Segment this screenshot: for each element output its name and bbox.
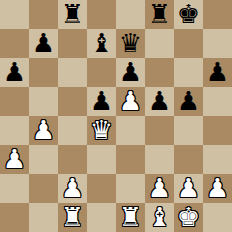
square-f4[interactable]	[145, 116, 174, 145]
piece-black-king[interactable]: ♚	[177, 0, 200, 29]
square-c3[interactable]	[58, 145, 87, 174]
piece-black-pawn[interactable]: ♟	[32, 29, 55, 58]
piece-white-pawn[interactable]: ♟	[119, 87, 142, 116]
square-d7[interactable]: ♝	[87, 29, 116, 58]
piece-black-bishop[interactable]: ♝	[90, 29, 113, 58]
square-e7[interactable]: ♛	[116, 29, 145, 58]
square-h4[interactable]	[203, 116, 232, 145]
square-b3[interactable]	[29, 145, 58, 174]
square-d4[interactable]: ♛	[87, 116, 116, 145]
square-a3[interactable]: ♟	[0, 145, 29, 174]
square-d6[interactable]	[87, 58, 116, 87]
square-c6[interactable]	[58, 58, 87, 87]
square-d3[interactable]	[87, 145, 116, 174]
square-g2[interactable]: ♟	[174, 174, 203, 203]
square-h1[interactable]	[203, 203, 232, 232]
square-e6[interactable]: ♟	[116, 58, 145, 87]
piece-white-king[interactable]: ♚	[177, 203, 200, 232]
square-d8[interactable]	[87, 0, 116, 29]
square-f1[interactable]: ♝	[145, 203, 174, 232]
square-g5[interactable]: ♟	[174, 87, 203, 116]
piece-white-pawn[interactable]: ♟	[32, 116, 55, 145]
piece-black-queen[interactable]: ♛	[119, 29, 142, 58]
square-d2[interactable]	[87, 174, 116, 203]
piece-black-pawn[interactable]: ♟	[148, 87, 171, 116]
square-b7[interactable]: ♟	[29, 29, 58, 58]
square-c5[interactable]	[58, 87, 87, 116]
piece-white-rook[interactable]: ♜	[119, 203, 142, 232]
square-b6[interactable]	[29, 58, 58, 87]
square-e4[interactable]	[116, 116, 145, 145]
square-g4[interactable]	[174, 116, 203, 145]
square-g3[interactable]	[174, 145, 203, 174]
square-c1[interactable]: ♜	[58, 203, 87, 232]
square-b2[interactable]	[29, 174, 58, 203]
piece-black-pawn[interactable]: ♟	[177, 87, 200, 116]
square-g8[interactable]: ♚	[174, 0, 203, 29]
piece-black-pawn[interactable]: ♟	[90, 87, 113, 116]
square-d5[interactable]: ♟	[87, 87, 116, 116]
square-b4[interactable]: ♟	[29, 116, 58, 145]
square-e2[interactable]	[116, 174, 145, 203]
piece-white-pawn[interactable]: ♟	[61, 174, 84, 203]
square-c2[interactable]: ♟	[58, 174, 87, 203]
square-b1[interactable]	[29, 203, 58, 232]
square-g7[interactable]	[174, 29, 203, 58]
square-h3[interactable]	[203, 145, 232, 174]
square-c4[interactable]	[58, 116, 87, 145]
square-a1[interactable]	[0, 203, 29, 232]
square-h6[interactable]: ♟	[203, 58, 232, 87]
square-f8[interactable]: ♜	[145, 0, 174, 29]
square-a2[interactable]	[0, 174, 29, 203]
square-f6[interactable]	[145, 58, 174, 87]
square-e8[interactable]	[116, 0, 145, 29]
piece-white-pawn[interactable]: ♟	[177, 174, 200, 203]
chess-board: ♜♜♚♟♝♛♟♟♟♟♟♟♟♟♛♟♟♟♟♟♜♜♝♚	[0, 0, 232, 232]
piece-black-rook[interactable]: ♜	[148, 0, 171, 29]
square-b8[interactable]	[29, 0, 58, 29]
square-f7[interactable]	[145, 29, 174, 58]
piece-black-rook[interactable]: ♜	[61, 0, 84, 29]
square-c8[interactable]: ♜	[58, 0, 87, 29]
square-f3[interactable]	[145, 145, 174, 174]
square-d1[interactable]	[87, 203, 116, 232]
piece-black-pawn[interactable]: ♟	[206, 58, 229, 87]
piece-white-pawn[interactable]: ♟	[206, 174, 229, 203]
square-f2[interactable]: ♟	[145, 174, 174, 203]
square-e1[interactable]: ♜	[116, 203, 145, 232]
square-a4[interactable]	[0, 116, 29, 145]
square-h5[interactable]	[203, 87, 232, 116]
square-h2[interactable]: ♟	[203, 174, 232, 203]
square-a6[interactable]: ♟	[0, 58, 29, 87]
square-a8[interactable]	[0, 0, 29, 29]
square-a5[interactable]	[0, 87, 29, 116]
square-c7[interactable]	[58, 29, 87, 58]
square-e3[interactable]	[116, 145, 145, 174]
piece-black-pawn[interactable]: ♟	[3, 58, 26, 87]
square-h8[interactable]	[203, 0, 232, 29]
square-h7[interactable]	[203, 29, 232, 58]
piece-white-rook[interactable]: ♜	[61, 203, 84, 232]
square-e5[interactable]: ♟	[116, 87, 145, 116]
square-a7[interactable]	[0, 29, 29, 58]
piece-white-bishop[interactable]: ♝	[148, 203, 171, 232]
piece-black-pawn[interactable]: ♟	[119, 58, 142, 87]
piece-white-queen[interactable]: ♛	[90, 116, 113, 145]
square-b5[interactable]	[29, 87, 58, 116]
piece-white-pawn[interactable]: ♟	[148, 174, 171, 203]
square-g1[interactable]: ♚	[174, 203, 203, 232]
piece-white-pawn[interactable]: ♟	[3, 145, 26, 174]
square-f5[interactable]: ♟	[145, 87, 174, 116]
square-g6[interactable]	[174, 58, 203, 87]
